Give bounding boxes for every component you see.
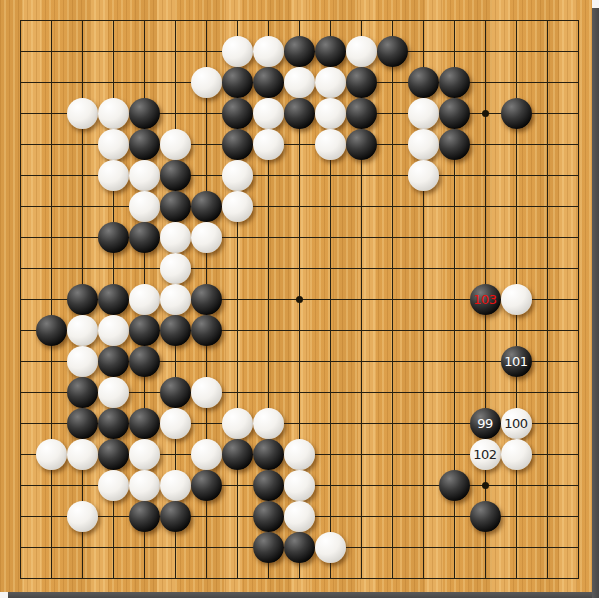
stone-white (160, 470, 191, 501)
stone-white: 102 (470, 439, 501, 470)
go-board-app: 10310199100102 (0, 0, 599, 598)
stone-black (408, 67, 439, 98)
stone-black (253, 470, 284, 501)
stone-black (222, 67, 253, 98)
stone-black (377, 36, 408, 67)
stone-black (253, 501, 284, 532)
stone-white (222, 160, 253, 191)
stone-black (129, 501, 160, 532)
stone-white (98, 160, 129, 191)
stone-black: 99 (470, 408, 501, 439)
stone-black-last-move: 103 (470, 284, 501, 315)
stone-black (470, 501, 501, 532)
stone-black (36, 315, 67, 346)
stone-black (160, 377, 191, 408)
stone-white (160, 253, 191, 284)
stone-black (191, 315, 222, 346)
stone-white (253, 36, 284, 67)
board-edge-shadow-bottom (8, 592, 592, 598)
stone-white (284, 439, 315, 470)
stone-white (98, 470, 129, 501)
stone-white (67, 315, 98, 346)
stone-white (67, 501, 98, 532)
stone-white (129, 470, 160, 501)
stone-white (222, 191, 253, 222)
stone-black (222, 98, 253, 129)
stone-white (160, 408, 191, 439)
stone-black (191, 191, 222, 222)
stone-black (284, 36, 315, 67)
move-number-label: 103 (473, 284, 496, 315)
stones-layer: 10310199100102 (5, 5, 594, 594)
stone-white (315, 67, 346, 98)
move-number-label: 102 (473, 439, 496, 470)
stone-black (129, 98, 160, 129)
stone-white (160, 222, 191, 253)
move-number-label: 99 (477, 408, 493, 439)
stone-black (346, 129, 377, 160)
stone-black (253, 439, 284, 470)
stone-black (129, 408, 160, 439)
stone-white (501, 439, 532, 470)
stone-white (129, 284, 160, 315)
stone-black (346, 67, 377, 98)
stone-black (129, 346, 160, 377)
stone-black (129, 129, 160, 160)
stone-white (253, 129, 284, 160)
stone-black (129, 222, 160, 253)
stone-black (129, 315, 160, 346)
stone-black (98, 222, 129, 253)
stone-black (222, 439, 253, 470)
stone-black (160, 160, 191, 191)
stone-white (191, 222, 222, 253)
stone-black (439, 98, 470, 129)
stone-white (36, 439, 67, 470)
stone-black (253, 532, 284, 563)
stone-black (439, 470, 470, 501)
stone-white (67, 98, 98, 129)
move-number-label: 100 (504, 408, 527, 439)
stone-black (160, 315, 191, 346)
stone-black (439, 129, 470, 160)
stone-white (191, 377, 222, 408)
stone-white (129, 191, 160, 222)
stone-white (501, 284, 532, 315)
stone-black (346, 98, 377, 129)
stone-white (67, 439, 98, 470)
stone-white (222, 408, 253, 439)
stone-white (129, 160, 160, 191)
stone-black (222, 129, 253, 160)
stone-white (160, 129, 191, 160)
stone-black (284, 532, 315, 563)
stone-black (191, 470, 222, 501)
stone-black (98, 439, 129, 470)
stone-white (408, 98, 439, 129)
stone-white (315, 532, 346, 563)
stone-black (501, 98, 532, 129)
stone-white (129, 439, 160, 470)
stone-black (160, 191, 191, 222)
stone-white: 100 (501, 408, 532, 439)
stone-white (408, 129, 439, 160)
go-board[interactable]: 10310199100102 (0, 0, 592, 592)
stone-white (253, 98, 284, 129)
stone-white (98, 129, 129, 160)
stone-white (191, 439, 222, 470)
stone-black: 101 (501, 346, 532, 377)
stone-white (98, 98, 129, 129)
stone-white (284, 501, 315, 532)
stone-black (67, 408, 98, 439)
stone-white (408, 160, 439, 191)
stone-white (67, 346, 98, 377)
stone-black (98, 346, 129, 377)
stone-black (160, 501, 191, 532)
stone-black (284, 98, 315, 129)
stone-black (98, 408, 129, 439)
board-edge-shadow-right (592, 8, 599, 598)
stone-white (284, 67, 315, 98)
stone-white (191, 67, 222, 98)
stone-black (67, 377, 98, 408)
stone-white (284, 470, 315, 501)
stone-white (98, 377, 129, 408)
stone-white (346, 36, 377, 67)
stone-black (315, 36, 346, 67)
stone-white (253, 408, 284, 439)
move-number-label: 101 (504, 346, 527, 377)
stone-white (222, 36, 253, 67)
stone-black (253, 67, 284, 98)
stone-black (98, 284, 129, 315)
stone-white (98, 315, 129, 346)
stone-white (160, 284, 191, 315)
stone-black (67, 284, 98, 315)
stone-black (439, 67, 470, 98)
stone-black (191, 284, 222, 315)
stone-white (315, 129, 346, 160)
stone-white (315, 98, 346, 129)
